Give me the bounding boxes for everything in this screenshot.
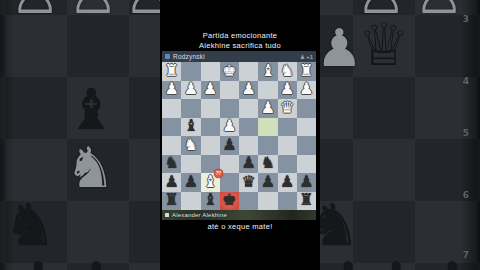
square-g2[interactable]: ♟	[181, 81, 200, 100]
video-content: Partida emocionante Alekhine sacrifica t…	[160, 0, 320, 270]
background-left: ♙♙♙♝♞♞♟♟	[0, 0, 160, 270]
black-pawn[interactable]: ♟	[241, 154, 255, 172]
square-b2[interactable]: ♟	[278, 81, 297, 100]
square-h4[interactable]	[162, 118, 181, 137]
bg-pawn-icon: ♟	[72, 256, 120, 270]
black-queen[interactable]: ♛	[241, 173, 255, 191]
square-d6[interactable]: ♟	[239, 155, 258, 174]
square-e7[interactable]	[220, 173, 239, 192]
bg-pawn-icon: ♙	[414, 0, 464, 22]
black-knight[interactable]: ♞	[164, 154, 178, 172]
square-e3[interactable]	[220, 99, 239, 118]
black-rook[interactable]: ♜	[299, 191, 313, 209]
white-rook[interactable]: ♜	[164, 62, 178, 80]
black-bishop[interactable]: ♝	[203, 191, 217, 209]
square-c4[interactable]	[258, 118, 277, 137]
white-pawn[interactable]: ♟	[203, 80, 217, 98]
bg-knight-icon: ♞	[4, 196, 56, 254]
top-player-name: Rodzynski	[173, 53, 205, 60]
square-g8[interactable]	[181, 192, 200, 211]
square-h8[interactable]: ♜	[162, 192, 181, 211]
square-e2[interactable]	[220, 81, 239, 100]
white-pawn[interactable]: ♟	[222, 117, 236, 135]
caption-line-2: Alekhine sacrifica tudo	[160, 41, 320, 50]
square-a6[interactable]	[297, 155, 316, 174]
white-pawn[interactable]: ♟	[261, 99, 275, 117]
black-pawn[interactable]: ♟	[184, 173, 198, 191]
square-a8[interactable]: ♜	[297, 192, 316, 211]
square-a4[interactable]	[297, 118, 316, 137]
square-g6[interactable]	[181, 155, 200, 174]
white-queen[interactable]: ♛	[280, 99, 294, 117]
white-king[interactable]: ♚	[222, 62, 236, 80]
square-a7[interactable]: ♟	[297, 173, 316, 192]
square-f7[interactable]: ♝??	[201, 173, 220, 192]
square-b3[interactable]: ♛	[278, 99, 297, 118]
square-c5[interactable]	[258, 136, 277, 155]
blunder-badge: ??	[214, 169, 223, 178]
square-g1[interactable]	[181, 62, 200, 81]
bottom-player-icon	[165, 213, 169, 217]
square-b1[interactable]: ♞	[278, 62, 297, 81]
square-d3[interactable]	[239, 99, 258, 118]
bg-pawn-icon: ♟	[428, 256, 476, 270]
white-pawn[interactable]: ♟	[241, 80, 255, 98]
bg-knight-icon: ♞	[65, 140, 115, 196]
square-f1[interactable]	[201, 62, 220, 81]
bg-pawn-icon: ♙	[124, 0, 160, 22]
square-c8[interactable]	[258, 192, 277, 211]
bg-pawn-icon: ♟	[320, 22, 363, 74]
bg-rank-label: 7	[463, 250, 469, 260]
white-pawn[interactable]: ♟	[184, 80, 198, 98]
square-a5[interactable]	[297, 136, 316, 155]
square-h7[interactable]: ♟	[162, 173, 181, 192]
video-frame: ♙♙♙♝♞♞♟♟ ♙♙♟♕♞♟♟♟34567 Partida emocionan…	[0, 0, 480, 270]
square-a1[interactable]: ♜	[297, 62, 316, 81]
black-rook[interactable]: ♜	[164, 191, 178, 209]
bg-pawn-icon: ♙	[10, 0, 60, 22]
top-player-icon	[165, 54, 170, 59]
black-knight[interactable]: ♞	[261, 154, 275, 172]
white-bishop[interactable]: ♝	[261, 62, 275, 80]
captured-pawn-icon: ♟	[300, 53, 305, 60]
square-e4[interactable]: ♟	[220, 118, 239, 137]
square-g4[interactable]: ♝	[181, 118, 200, 137]
square-d8[interactable]	[239, 192, 258, 211]
square-b6[interactable]	[278, 155, 297, 174]
square-f2[interactable]: ♟	[201, 81, 220, 100]
square-g7[interactable]: ♟	[181, 173, 200, 192]
square-d4[interactable]	[239, 118, 258, 137]
square-f3[interactable]	[201, 99, 220, 118]
white-pawn[interactable]: ♟	[280, 80, 294, 98]
square-d7[interactable]: ♛	[239, 173, 258, 192]
square-b7[interactable]: ♟	[278, 173, 297, 192]
bg-pawn-icon: ♟	[14, 256, 62, 270]
square-b8[interactable]	[278, 192, 297, 211]
bg-bishop-icon: ♝	[66, 82, 116, 138]
square-h6[interactable]: ♞	[162, 155, 181, 174]
black-bishop[interactable]: ♝	[184, 117, 198, 135]
black-pawn[interactable]: ♟	[164, 173, 178, 191]
square-f5[interactable]	[201, 136, 220, 155]
square-f4[interactable]	[201, 118, 220, 137]
bg-rank-label: 6	[463, 190, 469, 200]
chess-app: Rodzynski ♟ +1 ♜♚♝♞♜♟♟♟♟♟♟♟♛♝♟♞♟♞♟♞♟♟♝??…	[162, 51, 316, 220]
chess-board[interactable]: ♜♚♝♞♜♟♟♟♟♟♟♟♛♝♟♞♟♞♟♞♟♟♝??♛♟♟♟♜♝♚♜	[162, 62, 316, 210]
bg-pawn-icon: ♟	[372, 256, 420, 270]
square-h1[interactable]: ♜	[162, 62, 181, 81]
square-e5[interactable]: ♟	[220, 136, 239, 155]
bg-rank-label: 3	[463, 14, 469, 24]
background-right: ♙♙♟♕♞♟♟♟34567	[320, 0, 480, 270]
black-pawn[interactable]: ♟	[280, 173, 294, 191]
bg-pawn-icon: ♙	[68, 0, 118, 22]
bg-rank-label: 4	[463, 76, 469, 86]
white-pawn[interactable]: ♟	[299, 80, 313, 98]
white-rook[interactable]: ♜	[299, 62, 313, 80]
square-c7[interactable]: ♟	[258, 173, 277, 192]
square-c3[interactable]: ♟	[258, 99, 277, 118]
bg-knight-icon: ♞	[320, 196, 360, 254]
square-b4[interactable]	[278, 118, 297, 137]
square-d1[interactable]	[239, 62, 258, 81]
square-e6[interactable]	[220, 155, 239, 174]
caption-line-1: Partida emocionante	[160, 31, 320, 40]
square-c2[interactable]	[258, 81, 277, 100]
square-d2[interactable]: ♟	[239, 81, 258, 100]
square-c6[interactable]: ♞	[258, 155, 277, 174]
bg-pawn-icon: ♟	[324, 256, 372, 270]
square-a3[interactable]	[297, 99, 316, 118]
square-h5[interactable]	[162, 136, 181, 155]
bg-rank-label: 5	[463, 128, 469, 138]
square-h3[interactable]	[162, 99, 181, 118]
square-a2[interactable]: ♟	[297, 81, 316, 100]
material-indicator: ♟ +1	[300, 53, 313, 60]
square-e8[interactable]: ♚	[220, 192, 239, 211]
caption-line-3: até o xeque mate!	[160, 222, 320, 231]
black-pawn[interactable]: ♟	[261, 173, 275, 191]
square-g5[interactable]: ♞	[181, 136, 200, 155]
material-count: +1	[306, 54, 313, 60]
square-e1[interactable]: ♚	[220, 62, 239, 81]
white-knight[interactable]: ♞	[184, 136, 198, 154]
square-c1[interactable]: ♝	[258, 62, 277, 81]
square-f8[interactable]: ♝	[201, 192, 220, 211]
square-d5[interactable]	[239, 136, 258, 155]
bg-queen-icon: ♕	[358, 16, 410, 74]
square-b5[interactable]	[278, 136, 297, 155]
white-knight[interactable]: ♞	[280, 62, 294, 80]
square-g3[interactable]	[181, 99, 200, 118]
black-king[interactable]: ♚	[222, 191, 236, 209]
white-pawn[interactable]: ♟	[164, 80, 178, 98]
black-pawn[interactable]: ♟	[222, 136, 236, 154]
bottom-player-bar: Alexander Alekhine	[162, 210, 316, 220]
bottom-player-name: Alexander Alekhine	[172, 212, 227, 218]
black-pawn[interactable]: ♟	[299, 173, 313, 191]
square-h2[interactable]: ♟	[162, 81, 181, 100]
